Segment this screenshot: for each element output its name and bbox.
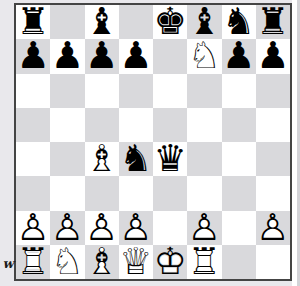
square-c7[interactable]: ♟ bbox=[85, 39, 119, 73]
piece-white-king: ♚♔ bbox=[153, 245, 187, 279]
square-b6[interactable] bbox=[50, 74, 84, 108]
square-a5[interactable] bbox=[16, 108, 50, 142]
square-g5[interactable] bbox=[222, 108, 256, 142]
piece-white-knight: ♞♘ bbox=[187, 39, 221, 73]
square-e4[interactable]: ♛ bbox=[153, 142, 187, 176]
square-b7[interactable]: ♟ bbox=[50, 39, 84, 73]
square-e3[interactable] bbox=[153, 176, 187, 210]
piece-black-king: ♚ bbox=[153, 5, 187, 39]
piece-white-bishop: ♝♗ bbox=[85, 245, 119, 279]
square-f7[interactable]: ♞♘ bbox=[187, 39, 221, 73]
square-g3[interactable] bbox=[222, 176, 256, 210]
square-e7[interactable] bbox=[153, 39, 187, 73]
square-f5[interactable] bbox=[187, 108, 221, 142]
piece-black-pawn: ♟ bbox=[222, 39, 256, 73]
square-b4[interactable] bbox=[50, 142, 84, 176]
square-d4[interactable]: ♞ bbox=[119, 142, 153, 176]
square-g2[interactable] bbox=[222, 211, 256, 245]
square-a1[interactable]: ♜♖ bbox=[16, 245, 50, 279]
square-f1[interactable]: ♜♖ bbox=[187, 245, 221, 279]
square-e6[interactable] bbox=[153, 74, 187, 108]
square-h5[interactable] bbox=[256, 108, 290, 142]
square-c4[interactable]: ♝♗ bbox=[85, 142, 119, 176]
square-a4[interactable] bbox=[16, 142, 50, 176]
piece-black-pawn: ♟ bbox=[16, 39, 50, 73]
piece-white-queen: ♛♕ bbox=[119, 245, 153, 279]
piece-white-bishop: ♝♗ bbox=[85, 142, 119, 176]
piece-black-pawn: ♟ bbox=[50, 39, 84, 73]
square-h6[interactable] bbox=[256, 74, 290, 108]
square-c6[interactable] bbox=[85, 74, 119, 108]
turn-indicator: w bbox=[2, 256, 14, 271]
square-f6[interactable] bbox=[187, 74, 221, 108]
square-d1[interactable]: ♛♕ bbox=[119, 245, 153, 279]
square-b1[interactable]: ♞♘ bbox=[50, 245, 84, 279]
piece-white-rook: ♜♖ bbox=[16, 245, 50, 279]
piece-white-rook: ♜♖ bbox=[187, 245, 221, 279]
square-e1[interactable]: ♚♔ bbox=[153, 245, 187, 279]
panel-edge bbox=[297, 0, 300, 286]
square-c1[interactable]: ♝♗ bbox=[85, 245, 119, 279]
piece-black-pawn: ♟ bbox=[85, 39, 119, 73]
square-b5[interactable] bbox=[50, 108, 84, 142]
square-a6[interactable] bbox=[16, 74, 50, 108]
square-f4[interactable] bbox=[187, 142, 221, 176]
square-h7[interactable]: ♟ bbox=[256, 39, 290, 73]
square-e8[interactable]: ♚ bbox=[153, 5, 187, 39]
square-h1[interactable] bbox=[256, 245, 290, 279]
piece-black-pawn: ♟ bbox=[256, 39, 290, 73]
square-d7[interactable]: ♟ bbox=[119, 39, 153, 73]
piece-white-knight: ♞♘ bbox=[50, 245, 84, 279]
piece-black-queen: ♛ bbox=[153, 142, 187, 176]
square-d6[interactable] bbox=[119, 74, 153, 108]
chess-board: ♜♝♚♝♞♜♟♟♟♟♞♘♟♟♝♗♞♛♟♙♟♙♟♙♟♙♟♙♟♙♜♖♞♘♝♗♛♕♚♔… bbox=[14, 3, 292, 281]
square-h2[interactable]: ♟♙ bbox=[256, 211, 290, 245]
square-g6[interactable] bbox=[222, 74, 256, 108]
piece-black-knight: ♞ bbox=[119, 142, 153, 176]
square-h4[interactable] bbox=[256, 142, 290, 176]
piece-white-pawn: ♟♙ bbox=[256, 211, 290, 245]
square-a7[interactable]: ♟ bbox=[16, 39, 50, 73]
piece-black-pawn: ♟ bbox=[119, 39, 153, 73]
square-g4[interactable] bbox=[222, 142, 256, 176]
square-g1[interactable] bbox=[222, 245, 256, 279]
square-g7[interactable]: ♟ bbox=[222, 39, 256, 73]
